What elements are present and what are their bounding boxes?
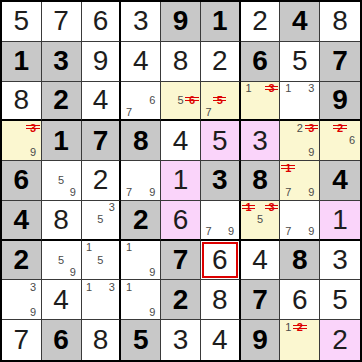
candidate-9: 9 (147, 306, 159, 318)
given-digit: 7 (173, 246, 189, 274)
given-digit: 1 (212, 7, 228, 35)
cell-r5c8[interactable]: 791 (280, 161, 320, 201)
given-digit: 2 (133, 206, 149, 234)
cell-r7c6[interactable]: 6 (201, 241, 241, 281)
candidate-9: 9 (27, 306, 39, 318)
given-digit: 3 (53, 47, 69, 75)
candidate-grid: 293 (280, 121, 319, 160)
given-digit: 1 (14, 47, 30, 75)
cell-r7c3[interactable]: 15 (82, 241, 122, 281)
solved-digit: 8 (173, 47, 189, 75)
candidate-grid: 12 (280, 320, 319, 360)
cell-r8c1[interactable]: 39 (2, 280, 42, 320)
cell-r6c4[interactable]: 2 (121, 201, 161, 241)
candidate-grid: 67 (121, 82, 160, 120)
cell-r8c6[interactable]: 8 (201, 280, 241, 320)
candidate-9: 9 (27, 147, 39, 159)
cell-r9c2[interactable]: 6 (42, 320, 82, 360)
candidate-9: 9 (147, 187, 159, 199)
eliminated-candidate-3: 3 (27, 122, 39, 134)
candidate-1: 1 (123, 242, 135, 254)
solved-digit: 4 (133, 47, 149, 75)
eliminated-candidate-1: 1 (282, 162, 294, 174)
cell-r4c2[interactable]: 1 (42, 121, 82, 161)
given-digit: 4 (332, 166, 348, 194)
candidate-grid: 39 (2, 280, 41, 319)
cell-r7c1[interactable]: 2 (2, 241, 42, 281)
given-digit: 9 (173, 7, 189, 35)
candidate-grid: 79 (201, 201, 239, 239)
cell-r9c8[interactable]: 12 (280, 320, 320, 360)
eliminated-candidate-3: 3 (266, 83, 278, 95)
candidate-grid: 59 (42, 241, 81, 280)
candidate-1: 1 (84, 242, 95, 254)
cell-r7c4[interactable]: 19 (121, 241, 161, 281)
given-digit: 8 (252, 166, 268, 194)
cell-r5c3[interactable]: 2 (82, 161, 122, 201)
cell-r3c3[interactable]: 4 (82, 82, 122, 122)
cell-r2c7[interactable]: 6 (241, 42, 281, 82)
given-digit: 3 (212, 166, 228, 194)
given-digit: 7 (93, 127, 109, 155)
cell-r4c9[interactable]: 62 (320, 121, 360, 161)
cell-r2c8[interactable]: 5 (280, 42, 320, 82)
cell-r6c5[interactable]: 6 (161, 201, 201, 241)
candidate-grid: 79 (280, 201, 319, 239)
cell-r2c3[interactable]: 9 (82, 42, 122, 82)
cell-r3c1[interactable]: 8 (2, 82, 42, 122)
candidate-1: 1 (243, 83, 255, 95)
candidate-6: 6 (147, 94, 159, 106)
candidate-grid: 15 (82, 241, 120, 280)
cell-r5c6[interactable]: 3 (201, 161, 241, 201)
cell-r3c2[interactable]: 2 (42, 82, 82, 122)
solved-digit: 7 (53, 7, 69, 35)
solved-digit: 9 (93, 47, 109, 75)
candidate-9: 9 (225, 226, 236, 238)
cell-r9c3[interactable]: 8 (82, 320, 122, 360)
cell-r3c7[interactable]: 13 (241, 82, 281, 122)
cell-r2c9[interactable]: 7 (320, 42, 360, 82)
cell-r7c7[interactable]: 4 (241, 241, 281, 281)
candidate-grid: 56 (161, 82, 200, 120)
cell-r1c2[interactable]: 7 (42, 2, 82, 42)
given-digit: 2 (53, 86, 69, 114)
cell-r9c7[interactable]: 9 (241, 320, 281, 360)
candidate-5: 5 (95, 214, 106, 226)
candidate-3: 3 (27, 281, 39, 293)
solved-digit: 2 (93, 166, 109, 194)
eliminated-candidate-1: 1 (243, 202, 255, 214)
cell-r2c6[interactable]: 2 (201, 42, 241, 82)
solved-digit: 8 (93, 326, 109, 354)
solved-digit: 4 (93, 86, 109, 114)
cell-r7c8[interactable]: 8 (280, 241, 320, 281)
cell-r9c6[interactable]: 4 (201, 320, 241, 360)
eliminated-candidate-5: 5 (214, 94, 225, 106)
cell-r5c4[interactable]: 79 (121, 161, 161, 201)
cell-r6c7[interactable]: 513 (241, 201, 281, 241)
given-digit: 6 (53, 326, 69, 354)
candidate-grid: 79 (121, 161, 160, 200)
eliminated-candidate-2: 2 (334, 122, 346, 134)
solved-digit: 2 (252, 7, 268, 35)
cell-r1c9[interactable]: 8 (320, 2, 360, 42)
cell-r4c5[interactable]: 4 (161, 121, 201, 161)
cell-r2c4[interactable]: 4 (121, 42, 161, 82)
cell-r4c1[interactable]: 93 (2, 121, 42, 161)
cell-r8c8[interactable]: 6 (280, 280, 320, 320)
cell-r4c6[interactable]: 5 (201, 121, 241, 161)
solved-digit: 7 (14, 326, 30, 354)
cell-r6c2[interactable]: 8 (42, 201, 82, 241)
eliminated-candidate-6: 6 (186, 94, 198, 106)
candidate-grid: 75 (201, 82, 239, 120)
candidate-9: 9 (67, 266, 79, 278)
candidate-5: 5 (55, 254, 67, 266)
solved-digit: 1 (332, 206, 348, 234)
eliminated-candidate-3: 3 (266, 202, 278, 214)
cell-r4c4[interactable]: 8 (121, 121, 161, 161)
cell-r2c2[interactable]: 3 (42, 42, 82, 82)
solved-digit: 6 (173, 206, 189, 234)
given-digit: 2 (173, 286, 189, 314)
cell-r4c8[interactable]: 293 (280, 121, 320, 161)
given-digit: 4 (14, 206, 30, 234)
given-digit: 9 (252, 326, 268, 354)
cell-r1c3[interactable]: 6 (82, 2, 122, 42)
cell-r1c4[interactable]: 3 (121, 2, 161, 42)
candidate-7: 7 (282, 226, 294, 238)
given-digit: 8 (133, 127, 149, 155)
given-digit: 7 (252, 286, 268, 314)
candidate-7: 7 (123, 187, 135, 199)
candidate-7: 7 (203, 106, 214, 118)
cell-r8c7[interactable]: 7 (241, 280, 281, 320)
candidate-9: 9 (306, 147, 318, 159)
cell-r3c8[interactable]: 13 (280, 82, 320, 122)
candidate-1: 1 (84, 281, 95, 293)
cell-r6c8[interactable]: 79 (280, 201, 320, 241)
cell-r7c9[interactable]: 3 (320, 241, 360, 281)
cell-r6c6[interactable]: 79 (201, 201, 241, 241)
given-digit: 2 (14, 246, 30, 274)
candidate-3: 3 (106, 281, 117, 293)
solved-digit: 4 (252, 246, 268, 274)
cell-r5c2[interactable]: 59 (42, 161, 82, 201)
cell-r8c4[interactable]: 19 (121, 280, 161, 320)
cell-r1c6[interactable]: 1 (201, 2, 241, 42)
given-digit: 7 (332, 47, 348, 75)
cell-r1c7[interactable]: 2 (241, 2, 281, 42)
solved-digit: 8 (14, 86, 30, 114)
candidate-9: 9 (306, 187, 318, 199)
cell-r8c5[interactable]: 2 (161, 280, 201, 320)
cell-r5c5[interactable]: 1 (161, 161, 201, 201)
solved-digit: 2 (332, 326, 348, 354)
given-digit: 1 (53, 127, 69, 155)
cell-r8c3[interactable]: 13 (82, 280, 122, 320)
cell-r1c5[interactable]: 9 (161, 2, 201, 42)
candidate-5: 5 (95, 254, 106, 266)
solved-digit: 1 (173, 166, 189, 194)
eliminated-candidate-2: 2 (294, 321, 306, 334)
eliminated-candidate-3: 3 (306, 122, 318, 134)
candidate-3: 3 (306, 83, 318, 95)
candidate-grid: 19 (121, 241, 160, 280)
candidate-grid: 93 (2, 121, 41, 160)
solved-digit: 4 (53, 286, 69, 314)
candidate-5: 5 (55, 174, 67, 186)
cell-r5c1[interactable]: 6 (2, 161, 42, 201)
candidate-1: 1 (282, 83, 294, 95)
candidate-grid: 513 (241, 201, 280, 239)
candidate-7: 7 (123, 106, 135, 118)
solved-digit: 8 (212, 286, 228, 314)
solved-digit: 6 (212, 246, 228, 274)
cell-r4c3[interactable]: 7 (82, 121, 122, 161)
cell-r3c4[interactable]: 67 (121, 82, 161, 122)
given-digit: 9 (332, 86, 348, 114)
candidate-grid: 62 (320, 121, 360, 160)
candidate-7: 7 (203, 226, 214, 238)
sudoku-board: 5763912481394826578246756751313993178453… (0, 0, 362, 362)
candidate-1: 1 (123, 281, 135, 293)
cell-r9c1[interactable]: 7 (2, 320, 42, 360)
candidate-9: 9 (67, 187, 79, 199)
cell-r3c6[interactable]: 75 (201, 82, 241, 122)
solved-digit: 5 (14, 7, 30, 35)
solved-digit: 6 (93, 7, 109, 35)
cell-r5c7[interactable]: 8 (241, 161, 281, 201)
solved-digit: 4 (212, 326, 228, 354)
cell-r8c9[interactable]: 5 (320, 280, 360, 320)
cell-r4c7[interactable]: 3 (241, 121, 281, 161)
cell-r1c1[interactable]: 5 (2, 2, 42, 42)
solved-digit: 5 (292, 47, 308, 75)
candidate-9: 9 (147, 266, 159, 278)
candidate-grid: 13 (82, 280, 120, 319)
candidate-6: 6 (346, 135, 358, 147)
solved-digit: 8 (332, 7, 348, 35)
cell-r6c1[interactable]: 4 (2, 201, 42, 241)
solved-digit: 4 (173, 127, 189, 155)
cell-r7c5[interactable]: 7 (161, 241, 201, 281)
solved-digit: 8 (53, 206, 69, 234)
solved-digit: 3 (332, 246, 348, 274)
cell-r6c3[interactable]: 35 (82, 201, 122, 241)
solved-digit: 6 (292, 286, 308, 314)
candidate-grid: 59 (42, 161, 81, 200)
candidate-grid: 13 (280, 82, 319, 120)
cell-r2c1[interactable]: 1 (2, 42, 42, 82)
given-digit: 6 (14, 166, 30, 194)
cell-r1c8[interactable]: 4 (280, 2, 320, 42)
cell-r6c9[interactable]: 1 (320, 201, 360, 241)
solved-digit: 5 (212, 127, 228, 155)
cell-r8c2[interactable]: 4 (42, 280, 82, 320)
cell-r3c5[interactable]: 56 (161, 82, 201, 122)
given-digit: 5 (133, 326, 149, 354)
cell-r3c9[interactable]: 9 (320, 82, 360, 122)
cell-r7c2[interactable]: 59 (42, 241, 82, 281)
solved-digit: 3 (173, 326, 189, 354)
given-digit: 4 (292, 7, 308, 35)
given-digit: 6 (252, 47, 268, 75)
given-digit: 8 (292, 246, 308, 274)
solved-digit: 2 (212, 47, 228, 75)
candidate-5: 5 (254, 214, 266, 226)
candidate-7: 7 (282, 187, 294, 199)
candidate-grid: 35 (82, 201, 120, 239)
cell-r9c5[interactable]: 3 (161, 320, 201, 360)
cell-r9c9[interactable]: 2 (320, 320, 360, 360)
candidate-grid: 13 (241, 82, 280, 120)
cell-r9c4[interactable]: 5 (121, 320, 161, 360)
candidate-grid: 791 (280, 161, 319, 200)
solved-digit: 3 (133, 7, 149, 35)
candidate-9: 9 (306, 226, 318, 238)
cell-r2c5[interactable]: 8 (161, 42, 201, 82)
candidate-3: 3 (106, 202, 117, 214)
solved-digit: 5 (332, 286, 348, 314)
solved-digit: 3 (252, 127, 268, 155)
candidate-grid: 19 (121, 280, 160, 319)
cell-r5c9[interactable]: 4 (320, 161, 360, 201)
